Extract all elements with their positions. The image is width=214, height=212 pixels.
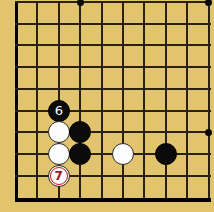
grid-line-vertical xyxy=(143,1,145,202)
grid-line-vertical xyxy=(101,1,103,202)
star-point xyxy=(77,0,84,6)
board-left-edge-line xyxy=(15,1,18,202)
stone-white-f3 xyxy=(112,143,134,165)
grid-line-vertical xyxy=(186,1,188,202)
stone-black-d3 xyxy=(69,143,91,165)
grid-line-vertical xyxy=(165,1,167,202)
stone-white-c3 xyxy=(48,143,70,165)
grid-line-horizontal xyxy=(15,110,212,112)
stone-black-d4 xyxy=(69,121,91,143)
stone-black-h3 xyxy=(155,143,177,165)
grid-line-horizontal xyxy=(15,88,212,90)
grid-line-horizontal xyxy=(15,23,212,25)
go-board-diagram: 67 xyxy=(0,0,214,212)
grid-line-horizontal xyxy=(15,175,212,177)
grid-line-horizontal xyxy=(15,66,212,68)
grid-line-horizontal xyxy=(15,1,212,3)
grid-line-vertical xyxy=(36,1,38,202)
board-bottom-edge-line xyxy=(15,198,212,202)
star-point xyxy=(205,0,212,6)
grid-line-horizontal xyxy=(15,44,212,46)
move-number-label: 6 xyxy=(55,104,63,117)
star-point xyxy=(205,129,212,136)
grid-line-vertical xyxy=(208,1,210,202)
stone-black-c5: 6 xyxy=(48,100,70,122)
grid-line-vertical xyxy=(122,1,124,202)
grid-line-horizontal xyxy=(15,131,212,133)
stone-white-c2: 7 xyxy=(48,165,70,187)
stone-white-c4 xyxy=(48,121,70,143)
grid-line-vertical xyxy=(79,1,81,202)
move-number-label: 7 xyxy=(55,170,63,182)
